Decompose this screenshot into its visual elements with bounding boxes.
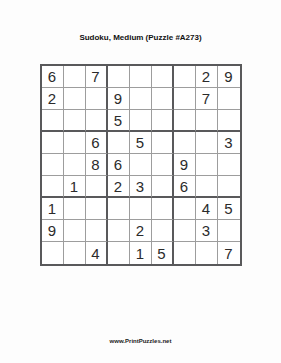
cell-r3c1[interactable] xyxy=(42,110,64,132)
cell-r2c7[interactable] xyxy=(174,88,196,110)
cell-r3c7[interactable] xyxy=(174,110,196,132)
cell-r6c6[interactable] xyxy=(152,176,174,198)
cell-r1c8[interactable]: 2 xyxy=(196,66,218,88)
cell-r4c6[interactable] xyxy=(152,132,174,154)
cell-r5c9[interactable] xyxy=(218,154,240,176)
cell-r9c7[interactable] xyxy=(174,242,196,264)
cell-r9c9[interactable]: 7 xyxy=(218,242,240,264)
cell-r4c2[interactable] xyxy=(64,132,86,154)
puzzle-page: Sudoku, Medium (Puzzle #A273) 6729297565… xyxy=(0,0,281,363)
cell-r7c1[interactable]: 1 xyxy=(42,198,64,220)
cell-r4c1[interactable] xyxy=(42,132,64,154)
cell-r4c7[interactable] xyxy=(174,132,196,154)
cell-r7c3[interactable] xyxy=(86,198,108,220)
cell-r1c1[interactable]: 6 xyxy=(42,66,64,88)
cell-r6c1[interactable] xyxy=(42,176,64,198)
cell-r2c5[interactable] xyxy=(130,88,152,110)
cell-r6c2[interactable]: 1 xyxy=(64,176,86,198)
cell-r6c7[interactable]: 6 xyxy=(174,176,196,198)
cell-r7c5[interactable] xyxy=(130,198,152,220)
cell-r1c2[interactable] xyxy=(64,66,86,88)
cell-r8c6[interactable] xyxy=(152,220,174,242)
cell-r5c8[interactable] xyxy=(196,154,218,176)
cell-r8c8[interactable]: 3 xyxy=(196,220,218,242)
cell-r2c3[interactable] xyxy=(86,88,108,110)
cell-r8c9[interactable] xyxy=(218,220,240,242)
cell-r5c4[interactable]: 6 xyxy=(108,154,130,176)
cell-r7c6[interactable] xyxy=(152,198,174,220)
cell-r2c4[interactable]: 9 xyxy=(108,88,130,110)
cell-r8c2[interactable] xyxy=(64,220,86,242)
cell-r7c4[interactable] xyxy=(108,198,130,220)
cell-r3c4[interactable]: 5 xyxy=(108,110,130,132)
cell-r5c5[interactable] xyxy=(130,154,152,176)
cell-r3c3[interactable] xyxy=(86,110,108,132)
cell-r3c6[interactable] xyxy=(152,110,174,132)
site-credit: www.PrintPuzzles.net xyxy=(0,338,281,344)
cell-r9c2[interactable] xyxy=(64,242,86,264)
cell-r6c9[interactable] xyxy=(218,176,240,198)
cell-r1c4[interactable] xyxy=(108,66,130,88)
cell-r7c2[interactable] xyxy=(64,198,86,220)
cell-r4c8[interactable] xyxy=(196,132,218,154)
cell-r5c3[interactable]: 8 xyxy=(86,154,108,176)
cell-r7c7[interactable] xyxy=(174,198,196,220)
cell-r3c9[interactable] xyxy=(218,110,240,132)
cell-r9c5[interactable]: 1 xyxy=(130,242,152,264)
cell-r1c6[interactable] xyxy=(152,66,174,88)
cell-r2c2[interactable] xyxy=(64,88,86,110)
cell-r6c8[interactable] xyxy=(196,176,218,198)
cell-r9c6[interactable]: 5 xyxy=(152,242,174,264)
puzzle-title: Sudoku, Medium (Puzzle #A273) xyxy=(0,33,281,42)
cell-r2c9[interactable] xyxy=(218,88,240,110)
cell-r6c3[interactable] xyxy=(86,176,108,198)
cell-r6c5[interactable]: 3 xyxy=(130,176,152,198)
cell-r5c2[interactable] xyxy=(64,154,86,176)
cell-r3c5[interactable] xyxy=(130,110,152,132)
cell-r7c9[interactable]: 5 xyxy=(218,198,240,220)
cell-r8c4[interactable] xyxy=(108,220,130,242)
cell-r3c2[interactable] xyxy=(64,110,86,132)
cell-r9c3[interactable]: 4 xyxy=(86,242,108,264)
sudoku-board: 6729297565386912361459234157 xyxy=(40,64,242,266)
cell-r8c5[interactable]: 2 xyxy=(130,220,152,242)
cell-r1c3[interactable]: 7 xyxy=(86,66,108,88)
cell-r2c6[interactable] xyxy=(152,88,174,110)
cell-r9c8[interactable] xyxy=(196,242,218,264)
cell-r6c4[interactable]: 2 xyxy=(108,176,130,198)
cell-r9c1[interactable] xyxy=(42,242,64,264)
cell-r7c8[interactable]: 4 xyxy=(196,198,218,220)
cell-r5c7[interactable]: 9 xyxy=(174,154,196,176)
cell-r5c1[interactable] xyxy=(42,154,64,176)
cell-r4c4[interactable] xyxy=(108,132,130,154)
cell-r8c3[interactable] xyxy=(86,220,108,242)
cell-r2c8[interactable]: 7 xyxy=(196,88,218,110)
cell-r8c1[interactable]: 9 xyxy=(42,220,64,242)
cell-r4c5[interactable]: 5 xyxy=(130,132,152,154)
cell-r2c1[interactable]: 2 xyxy=(42,88,64,110)
cell-r3c8[interactable] xyxy=(196,110,218,132)
cell-r4c3[interactable]: 6 xyxy=(86,132,108,154)
cell-r5c6[interactable] xyxy=(152,154,174,176)
cell-r1c5[interactable] xyxy=(130,66,152,88)
cell-r4c9[interactable]: 3 xyxy=(218,132,240,154)
cell-r8c7[interactable] xyxy=(174,220,196,242)
cell-r1c9[interactable]: 9 xyxy=(218,66,240,88)
cell-r9c4[interactable] xyxy=(108,242,130,264)
cell-r1c7[interactable] xyxy=(174,66,196,88)
